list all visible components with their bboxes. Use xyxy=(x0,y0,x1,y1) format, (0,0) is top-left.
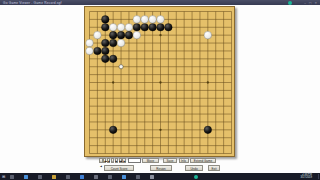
black-stone xyxy=(149,23,157,31)
white-stone xyxy=(86,47,94,55)
taskbar-app-icon-8[interactable] xyxy=(122,175,126,179)
info-button[interactable]: Info xyxy=(179,158,189,163)
black-stone xyxy=(101,39,109,47)
white-stone xyxy=(117,23,125,31)
window-title: Go Game Viewer - Game Record.sgf xyxy=(3,1,62,5)
white-stone xyxy=(94,31,102,39)
white-stone xyxy=(109,23,117,31)
taskbar-app-icon-7[interactable] xyxy=(108,175,112,179)
next-move-marker xyxy=(119,65,123,69)
black-stone xyxy=(117,31,125,39)
taskbar-app-icon-9[interactable] xyxy=(136,175,140,179)
black-stone xyxy=(101,47,109,55)
taskbar-app-icon-10[interactable] xyxy=(150,175,154,179)
black-stone xyxy=(101,55,109,63)
taskbar-app-icon-0[interactable] xyxy=(10,175,14,179)
white-stone xyxy=(141,16,149,24)
show-desktop-button[interactable] xyxy=(318,174,319,179)
white-stone xyxy=(157,16,165,24)
black-stone xyxy=(109,39,117,47)
white-stone xyxy=(133,16,141,24)
black-stone xyxy=(109,55,117,63)
exit-button[interactable]: Exit xyxy=(208,165,220,171)
screen: Go Game Viewer - Game Record.sgf – ▢ ✕ |… xyxy=(0,0,320,180)
go-board[interactable] xyxy=(84,6,235,157)
status-dot-icon xyxy=(288,1,292,5)
white-stone xyxy=(117,39,125,47)
taskbar-app-icon-3[interactable] xyxy=(52,175,56,179)
white-stone xyxy=(86,39,94,47)
go-board-grid xyxy=(85,7,236,158)
black-stone xyxy=(125,31,133,39)
white-stone xyxy=(149,16,157,24)
nav-button-6[interactable]: ▶| xyxy=(122,158,126,163)
taskbar-app-icon-5[interactable] xyxy=(80,175,84,179)
undo-button[interactable]: Undo xyxy=(185,165,203,171)
taskbar-status-dot-icon[interactable] xyxy=(194,175,198,179)
app-window: |◀◀◀◀▪▶▶▶▶|MoveSaveInfoExtend GameCount … xyxy=(0,5,320,173)
taskbar-app-icon-6[interactable] xyxy=(94,175,98,179)
taskbar-app-icon-4[interactable] xyxy=(66,175,70,179)
count-score-button[interactable]: Count Score xyxy=(104,165,134,171)
black-stone xyxy=(165,23,173,31)
taskbar-app-icon-2[interactable] xyxy=(38,175,42,179)
black-stone xyxy=(204,126,212,134)
move-spinner[interactable]: Move xyxy=(142,158,159,163)
black-stone xyxy=(109,31,117,39)
black-stone xyxy=(101,16,109,24)
white-stone xyxy=(133,31,141,39)
black-stone xyxy=(101,23,109,31)
windows-taskbar: ⊞ 2:38 PM 3/17/2019 xyxy=(0,173,320,180)
black-stone xyxy=(141,23,149,31)
start-button[interactable]: ⊞ xyxy=(2,174,5,179)
save-button[interactable]: Save xyxy=(163,158,177,163)
extend-game-button[interactable]: Extend Game xyxy=(190,158,216,163)
black-stone xyxy=(94,47,102,55)
taskbar-clock[interactable]: 2:38 PM 3/17/2019 xyxy=(300,174,312,180)
black-stone xyxy=(133,23,141,31)
resign-button[interactable]: Resign xyxy=(150,165,172,171)
white-stone xyxy=(125,23,133,31)
move-number-input[interactable] xyxy=(128,158,141,163)
black-stone xyxy=(109,126,117,134)
taskbar-app-icon-1[interactable] xyxy=(24,175,28,179)
white-stone xyxy=(204,31,212,39)
black-stone xyxy=(157,23,165,31)
clock-date: 3/17/2019 xyxy=(300,177,312,180)
